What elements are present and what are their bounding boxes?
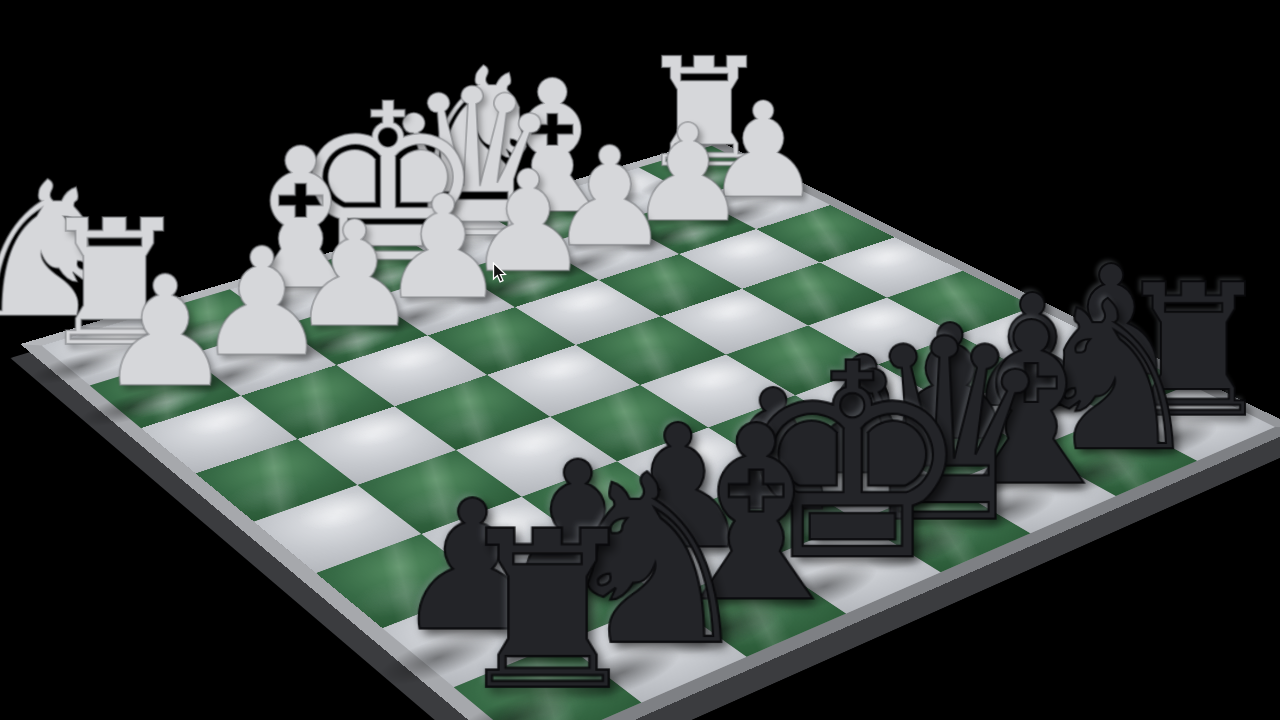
chess-board-3d[interactable]: ♜♞♝♚♛♝♞♜♟♟♟♟♟♟♟♟♟♟♟♟♟♟♟♟♜♞♝♚♛♝♞♜ (20, 139, 1280, 720)
piece-black-rook-h8[interactable]: ♜ (450, 503, 645, 720)
square-h8[interactable]: ♜ (454, 642, 642, 720)
chess-board-grid[interactable]: ♜♞♝♚♛♝♞♜♟♟♟♟♟♟♟♟♟♟♟♟♟♟♟♟♜♞♝♚♛♝♞♜ (41, 146, 1274, 720)
mouse-cursor (492, 262, 509, 285)
piece-white-pawn-h2[interactable]: ♟ (97, 256, 234, 409)
square-h2[interactable]: ♟ (90, 355, 241, 428)
chess-app-window: ♜♞♝♚♛♝♞♜♟♟♟♟♟♟♟♟♟♟♟♟♟♟♟♟♜♞♝♚♛♝♞♜ (0, 0, 1280, 720)
board-frame: ♜♞♝♚♛♝♞♜♟♟♟♟♟♟♟♟♟♟♟♟♟♟♟♟♜♞♝♚♛♝♞♜ (20, 139, 1280, 720)
